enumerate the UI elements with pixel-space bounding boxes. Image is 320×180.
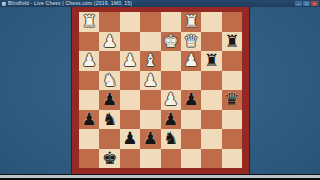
square-d8[interactable] (140, 12, 160, 32)
piece-black-pawn: ♟ (163, 110, 178, 127)
piece-black-king: ♚ (102, 149, 117, 166)
piece-black-rook: ♜ (224, 32, 239, 49)
square-f5[interactable] (181, 71, 201, 91)
piece-black-pawn: ♟ (122, 130, 137, 147)
square-g6[interactable]: ♜ (201, 51, 221, 71)
square-f1[interactable] (181, 149, 201, 169)
square-d2[interactable]: ♟ (140, 129, 160, 149)
square-e2[interactable]: ♞ (161, 129, 181, 149)
board-frame: ♜♜♟♚♛♜♟♟♝♟♜♞♟♟♟♟♛♟♞♟♟♟♞♚ (72, 5, 249, 175)
square-b2[interactable] (99, 129, 119, 149)
piece-white-queen: ♛ (183, 32, 198, 49)
square-c3[interactable] (120, 110, 140, 130)
piece-white-pawn: ♟ (102, 32, 117, 49)
square-f7[interactable]: ♛ (181, 32, 201, 52)
square-a6[interactable]: ♟ (79, 51, 99, 71)
square-h5[interactable] (222, 71, 242, 91)
piece-black-queen: ♛ (224, 91, 239, 108)
square-a2[interactable] (79, 129, 99, 149)
piece-white-pawn: ♟ (122, 52, 137, 69)
square-h6[interactable] (222, 51, 242, 71)
piece-white-knight: ♞ (102, 71, 117, 88)
square-g7[interactable] (201, 32, 221, 52)
square-b5[interactable]: ♞ (99, 71, 119, 91)
piece-black-knight: ♞ (102, 110, 117, 127)
square-a3[interactable]: ♟ (79, 110, 99, 130)
square-f4[interactable]: ♟ (181, 90, 201, 110)
square-d5[interactable]: ♟ (140, 71, 160, 91)
square-g8[interactable] (201, 12, 221, 32)
maximize-button[interactable]: □ (303, 1, 310, 6)
square-e1[interactable] (161, 149, 181, 169)
square-d6[interactable]: ♝ (140, 51, 160, 71)
square-g5[interactable] (201, 71, 221, 91)
piece-black-pawn: ♟ (102, 91, 117, 108)
square-e4[interactable]: ♟ (161, 90, 181, 110)
square-g2[interactable] (201, 129, 221, 149)
square-b7[interactable]: ♟ (99, 32, 119, 52)
square-c4[interactable] (120, 90, 140, 110)
square-e5[interactable] (161, 71, 181, 91)
square-h8[interactable] (222, 12, 242, 32)
square-g3[interactable] (201, 110, 221, 130)
piece-black-knight: ♞ (163, 130, 178, 147)
window-controls: – □ × (295, 1, 318, 6)
square-a8[interactable]: ♜ (79, 12, 99, 32)
square-a5[interactable] (79, 71, 99, 91)
piece-white-pawn: ♟ (143, 71, 158, 88)
piece-white-pawn: ♟ (163, 91, 178, 108)
square-f2[interactable] (181, 129, 201, 149)
letterbox-bar (0, 178, 320, 180)
square-h2[interactable] (222, 129, 242, 149)
piece-white-king: ♚ (163, 32, 178, 49)
piece-white-pawn: ♟ (82, 52, 97, 69)
piece-black-rook: ♜ (204, 52, 219, 69)
window-title: Blindfold - Live Chess | Chess.com (2019… (8, 0, 132, 7)
square-h3[interactable] (222, 110, 242, 130)
square-b3[interactable]: ♞ (99, 110, 119, 130)
square-e3[interactable]: ♟ (161, 110, 181, 130)
square-c7[interactable] (120, 32, 140, 52)
piece-white-rook: ♜ (183, 13, 198, 30)
square-c8[interactable] (120, 12, 140, 32)
square-a7[interactable] (79, 32, 99, 52)
video-frame: Blindfold - Live Chess | Chess.com (2019… (0, 0, 320, 180)
piece-white-bishop: ♝ (143, 52, 158, 69)
window-titlebar: Blindfold - Live Chess | Chess.com (2019… (0, 0, 320, 7)
piece-black-pawn: ♟ (183, 91, 198, 108)
piece-black-pawn: ♟ (82, 110, 97, 127)
square-f6[interactable]: ♟ (181, 51, 201, 71)
square-a1[interactable] (79, 149, 99, 169)
square-h1[interactable] (222, 149, 242, 169)
square-b6[interactable] (99, 51, 119, 71)
square-h4[interactable]: ♛ (222, 90, 242, 110)
square-f3[interactable] (181, 110, 201, 130)
square-g1[interactable] (201, 149, 221, 169)
square-c2[interactable]: ♟ (120, 129, 140, 149)
close-button[interactable]: × (311, 1, 318, 6)
piece-white-pawn: ♟ (183, 52, 198, 69)
square-a4[interactable] (79, 90, 99, 110)
square-b1[interactable]: ♚ (99, 149, 119, 169)
square-f8[interactable]: ♜ (181, 12, 201, 32)
square-d4[interactable] (140, 90, 160, 110)
chess-board: ♜♜♟♚♛♜♟♟♝♟♜♞♟♟♟♟♛♟♞♟♟♟♞♚ (79, 12, 242, 168)
square-c5[interactable] (120, 71, 140, 91)
square-g4[interactable] (201, 90, 221, 110)
square-h7[interactable]: ♜ (222, 32, 242, 52)
app-icon (2, 2, 6, 6)
square-b4[interactable]: ♟ (99, 90, 119, 110)
square-d1[interactable] (140, 149, 160, 169)
square-c1[interactable] (120, 149, 140, 169)
minimize-button[interactable]: – (295, 1, 302, 6)
square-b8[interactable] (99, 12, 119, 32)
piece-black-pawn: ♟ (143, 130, 158, 147)
piece-white-rook: ♜ (82, 13, 97, 30)
square-e8[interactable] (161, 12, 181, 32)
square-d3[interactable] (140, 110, 160, 130)
square-c6[interactable]: ♟ (120, 51, 140, 71)
square-e7[interactable]: ♚ (161, 32, 181, 52)
square-d7[interactable] (140, 32, 160, 52)
square-e6[interactable] (161, 51, 181, 71)
